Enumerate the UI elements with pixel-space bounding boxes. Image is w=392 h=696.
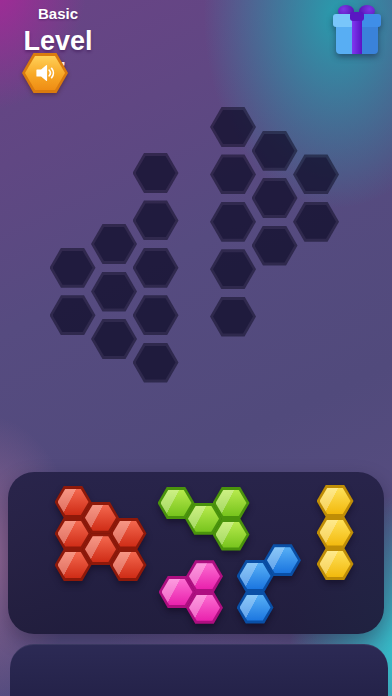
board-cell bbox=[210, 202, 256, 242]
board-cell bbox=[210, 249, 256, 289]
game-screen: Basic Level 7 bbox=[0, 0, 392, 696]
board-cell bbox=[210, 107, 256, 147]
board-cell bbox=[293, 202, 339, 242]
speaker-icon bbox=[33, 61, 57, 85]
board-cell bbox=[210, 297, 256, 337]
board-cell bbox=[50, 248, 96, 288]
board-cell bbox=[252, 178, 298, 218]
board-cell bbox=[133, 295, 179, 335]
board-cell bbox=[133, 343, 179, 383]
gift-button[interactable] bbox=[333, 5, 381, 55]
board-cell bbox=[133, 153, 179, 193]
board-cell bbox=[133, 248, 179, 288]
board-cell bbox=[293, 154, 339, 194]
bottom-bar: 1 bbox=[10, 644, 388, 696]
category-label: Basic bbox=[14, 5, 102, 22]
board-cell bbox=[91, 319, 137, 359]
board-cell bbox=[91, 272, 137, 312]
board-cell bbox=[133, 200, 179, 240]
board-cell bbox=[210, 154, 256, 194]
board-cell bbox=[50, 295, 96, 335]
board-cell bbox=[252, 226, 298, 266]
board-cell bbox=[252, 131, 298, 171]
board-cell bbox=[91, 224, 137, 264]
sound-button[interactable] bbox=[22, 53, 68, 93]
